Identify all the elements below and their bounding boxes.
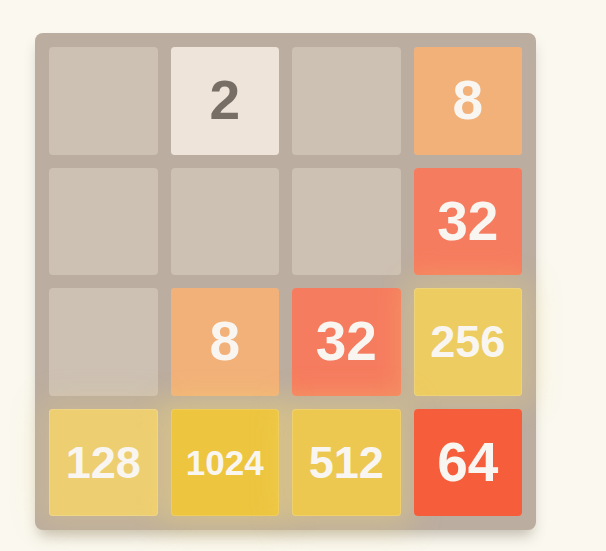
grid-cell-r3c2: 512 xyxy=(292,409,401,517)
tile-128: 128 xyxy=(49,409,158,517)
grid-cell-r3c3: 64 xyxy=(414,409,523,517)
tile-2: 2 xyxy=(171,47,280,155)
tile-value: 512 xyxy=(309,440,384,485)
tile-value: 2 xyxy=(209,73,240,128)
tile-value: 64 xyxy=(437,435,498,490)
grid-cell-r3c0: 128 xyxy=(49,409,158,517)
tile-value: 32 xyxy=(437,194,498,249)
game-board[interactable]: 2832832256128102451264 xyxy=(35,33,536,530)
tile-32: 32 xyxy=(414,168,523,276)
tile-1024: 1024 xyxy=(171,409,280,517)
grid-cell-r0c0 xyxy=(49,47,158,155)
grid-cell-r2c3: 256 xyxy=(414,288,523,396)
grid-cell-r0c3: 8 xyxy=(414,47,523,155)
grid-cell-r0c2 xyxy=(292,47,401,155)
grid-cell-r2c2: 32 xyxy=(292,288,401,396)
tile-64: 64 xyxy=(414,409,523,517)
tile-256: 256 xyxy=(414,288,523,396)
tile-value: 128 xyxy=(66,440,141,485)
tile-value: 1024 xyxy=(186,445,264,480)
grid-cell-r2c0 xyxy=(49,288,158,396)
grid-cell-r2c1: 8 xyxy=(171,288,280,396)
tile-value: 256 xyxy=(430,319,505,364)
grid-cell-r1c0 xyxy=(49,168,158,276)
tile-value: 32 xyxy=(316,314,377,369)
tile-value: 8 xyxy=(209,314,240,369)
grid-cell-r1c1 xyxy=(171,168,280,276)
tile-value: 8 xyxy=(452,73,483,128)
grid-cell-r0c1: 2 xyxy=(171,47,280,155)
tile-8: 8 xyxy=(171,288,280,396)
grid-cell-r1c2 xyxy=(292,168,401,276)
grid-cell-r3c1: 1024 xyxy=(171,409,280,517)
tile-8: 8 xyxy=(414,47,523,155)
grid-cell-r1c3: 32 xyxy=(414,168,523,276)
tile-32: 32 xyxy=(292,288,401,396)
tile-512: 512 xyxy=(292,409,401,517)
